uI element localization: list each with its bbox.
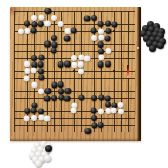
intersection[interactable] [17,128,24,135]
intersection[interactable] [84,115,91,122]
intersection[interactable] [78,21,85,28]
intersection[interactable] [44,121,51,128]
intersection[interactable] [17,14,24,21]
intersection[interactable] [31,54,38,61]
intersection[interactable] [124,48,131,55]
intersection[interactable] [84,88,91,95]
intersection[interactable] [17,88,24,95]
intersection[interactable] [11,88,18,95]
intersection[interactable] [84,21,91,28]
intersection[interactable] [71,28,78,35]
intersection[interactable] [31,81,38,88]
intersection[interactable] [11,61,18,68]
intersection[interactable] [84,8,91,15]
intersection[interactable] [84,81,91,88]
intersection[interactable] [124,8,131,15]
intersection[interactable] [24,8,31,15]
intersection[interactable] [84,54,91,61]
intersection[interactable] [118,61,125,68]
intersection[interactable] [57,8,64,15]
intersection[interactable] [57,21,64,28]
intersection[interactable] [51,108,58,115]
intersection[interactable] [24,115,31,122]
intersection[interactable] [44,21,51,28]
intersection[interactable] [51,14,58,21]
intersection[interactable] [44,101,51,108]
intersection[interactable] [91,88,98,95]
intersection[interactable] [104,128,111,135]
intersection[interactable] [111,121,118,128]
intersection[interactable] [57,28,64,35]
white-pile-stone [44,155,51,162]
intersection[interactable] [98,8,105,15]
intersection[interactable] [64,68,71,75]
intersection[interactable] [37,128,44,135]
intersection[interactable] [111,48,118,55]
intersection[interactable] [57,61,64,68]
intersection[interactable] [98,61,105,68]
intersection[interactable] [71,121,78,128]
intersection[interactable] [111,34,118,41]
intersection[interactable] [84,68,91,75]
intersection[interactable] [104,68,111,75]
intersection[interactable] [98,54,105,61]
intersection[interactable] [118,28,125,35]
intersection[interactable] [91,108,98,115]
intersection[interactable] [44,108,51,115]
intersection[interactable] [31,88,38,95]
intersection[interactable] [118,8,125,15]
intersection[interactable] [104,34,111,41]
intersection[interactable] [111,21,118,28]
photo-scene [0,0,168,168]
intersection[interactable] [31,34,38,41]
intersection[interactable] [11,121,18,128]
intersection[interactable] [24,121,31,128]
intersection[interactable] [64,34,71,41]
intersection[interactable] [71,75,78,82]
intersection[interactable] [71,95,78,102]
intersection[interactable] [84,95,91,102]
intersection[interactable] [91,68,98,75]
intersection[interactable] [24,61,31,68]
intersection[interactable] [124,28,131,35]
intersection[interactable] [78,68,85,75]
intersection[interactable] [64,8,71,15]
intersection[interactable] [57,115,64,122]
intersection[interactable] [51,95,58,102]
intersection[interactable] [78,41,85,48]
intersection[interactable] [78,61,85,68]
intersection[interactable] [124,41,131,48]
intersection[interactable] [37,81,44,88]
intersection[interactable] [17,68,24,75]
intersection[interactable] [71,54,78,61]
intersection[interactable] [91,8,98,15]
intersection[interactable] [71,34,78,41]
intersection[interactable] [51,54,58,61]
intersection[interactable] [104,101,111,108]
intersection[interactable] [51,8,58,15]
intersection[interactable] [57,41,64,48]
intersection[interactable] [78,101,85,108]
intersection[interactable] [64,95,71,102]
intersection[interactable] [24,75,31,82]
intersection[interactable] [98,121,105,128]
intersection[interactable] [64,75,71,82]
intersection[interactable] [57,14,64,21]
intersection[interactable] [51,101,58,108]
intersection[interactable] [11,54,18,61]
intersection[interactable] [84,101,91,108]
intersection[interactable] [98,128,105,135]
intersection[interactable] [91,95,98,102]
black-stone [51,35,57,41]
goban-grid [11,8,138,135]
intersection[interactable] [78,8,85,15]
intersection[interactable] [104,48,111,55]
intersection[interactable] [71,128,78,135]
intersection[interactable] [118,128,125,135]
intersection[interactable] [31,121,38,128]
intersection[interactable] [111,115,118,122]
intersection[interactable] [37,75,44,82]
intersection[interactable] [98,41,105,48]
intersection[interactable] [11,75,18,82]
intersection[interactable] [44,115,51,122]
intersection[interactable] [78,28,85,35]
intersection[interactable] [98,81,105,88]
intersection[interactable] [44,128,51,135]
intersection[interactable] [91,54,98,61]
intersection[interactable] [98,115,105,122]
intersection[interactable] [118,88,125,95]
intersection[interactable] [64,81,71,88]
white-stone [57,21,63,27]
intersection[interactable] [31,14,38,21]
intersection[interactable] [118,48,125,55]
intersection[interactable] [84,121,91,128]
intersection[interactable] [24,128,31,135]
intersection[interactable] [118,21,125,28]
intersection[interactable] [111,75,118,82]
intersection[interactable] [91,14,98,21]
intersection[interactable] [11,95,18,102]
intersection[interactable] [37,14,44,21]
intersection[interactable] [78,108,85,115]
intersection[interactable] [91,34,98,41]
intersection[interactable] [71,81,78,88]
black-stone [51,48,57,54]
intersection[interactable] [124,128,131,135]
intersection[interactable] [64,21,71,28]
red-streak-marker [127,65,129,78]
intersection[interactable] [24,101,31,108]
intersection[interactable] [64,115,71,122]
intersection[interactable] [11,108,18,115]
intersection[interactable] [31,75,38,82]
intersection[interactable] [17,34,24,41]
intersection[interactable] [57,48,64,55]
intersection[interactable] [91,128,98,135]
intersection[interactable] [78,121,85,128]
intersection[interactable] [84,14,91,21]
intersection[interactable] [84,48,91,55]
intersection[interactable] [17,95,24,102]
intersection[interactable] [118,121,125,128]
intersection[interactable] [71,41,78,48]
intersection[interactable] [44,75,51,82]
intersection[interactable] [118,54,125,61]
intersection[interactable] [71,48,78,55]
intersection[interactable] [44,8,51,15]
intersection[interactable] [11,81,18,88]
intersection[interactable] [111,128,118,135]
white-stone-pile [29,141,55,168]
intersection[interactable] [124,121,131,128]
intersection[interactable] [31,8,38,15]
intersection[interactable] [124,14,131,21]
intersection[interactable] [24,41,31,48]
intersection[interactable] [44,95,51,102]
intersection[interactable] [11,128,18,135]
intersection[interactable] [104,88,111,95]
intersection[interactable] [98,21,105,28]
intersection[interactable] [124,101,131,108]
intersection[interactable] [64,88,71,95]
intersection[interactable] [44,68,51,75]
intersection[interactable] [44,88,51,95]
intersection[interactable] [111,8,118,15]
intersection[interactable] [37,21,44,28]
intersection[interactable] [57,75,64,82]
intersection[interactable] [104,115,111,122]
intersection[interactable] [31,68,38,75]
intersection[interactable] [91,81,98,88]
intersection[interactable] [64,128,71,135]
intersection[interactable] [91,75,98,82]
intersection[interactable] [124,115,131,122]
intersection[interactable] [37,34,44,41]
intersection[interactable] [124,108,131,115]
intersection[interactable] [118,34,125,41]
black-stone [64,61,70,67]
intersection[interactable] [84,61,91,68]
intersection[interactable] [31,108,38,115]
intersection[interactable] [31,128,38,135]
intersection[interactable] [98,68,105,75]
intersection[interactable] [78,95,85,102]
intersection[interactable] [24,48,31,55]
intersection[interactable] [37,54,44,61]
intersection[interactable] [31,48,38,55]
intersection[interactable] [44,61,51,68]
intersection[interactable] [91,48,98,55]
intersection[interactable] [37,101,44,108]
intersection[interactable] [104,41,111,48]
intersection[interactable] [44,28,51,35]
intersection[interactable] [57,68,64,75]
intersection[interactable] [71,14,78,21]
intersection[interactable] [84,128,91,135]
intersection[interactable] [124,88,131,95]
intersection[interactable] [17,41,24,48]
intersection[interactable] [11,21,18,28]
intersection[interactable] [51,68,58,75]
intersection[interactable] [111,61,118,68]
intersection[interactable] [78,34,85,41]
intersection[interactable] [71,88,78,95]
black-stone [51,95,57,101]
intersection[interactable] [37,88,44,95]
intersection[interactable] [98,14,105,21]
intersection[interactable] [31,41,38,48]
intersection[interactable] [11,48,18,55]
intersection[interactable] [17,21,24,28]
intersection[interactable] [51,34,58,41]
intersection[interactable] [111,14,118,21]
intersection[interactable] [17,8,24,15]
intersection[interactable] [11,8,18,15]
intersection[interactable] [11,14,18,21]
intersection[interactable] [24,21,31,28]
intersection[interactable] [118,41,125,48]
intersection[interactable] [17,48,24,55]
intersection[interactable] [104,81,111,88]
intersection[interactable] [118,68,125,75]
intersection[interactable] [64,61,71,68]
intersection[interactable] [71,115,78,122]
intersection[interactable] [64,101,71,108]
intersection[interactable] [111,88,118,95]
intersection[interactable] [111,68,118,75]
intersection[interactable] [64,41,71,48]
intersection[interactable] [84,34,91,41]
intersection[interactable] [44,81,51,88]
intersection[interactable] [57,108,64,115]
intersection[interactable] [124,54,131,61]
intersection[interactable] [17,61,24,68]
intersection[interactable] [91,28,98,35]
intersection[interactable] [51,28,58,35]
intersection[interactable] [98,101,105,108]
intersection[interactable] [118,108,125,115]
intersection[interactable] [11,101,18,108]
intersection[interactable] [37,41,44,48]
intersection[interactable] [17,81,24,88]
black-stone [97,41,103,47]
intersection[interactable] [51,128,58,135]
intersection[interactable] [78,81,85,88]
intersection[interactable] [11,68,18,75]
intersection[interactable] [11,115,18,122]
intersection[interactable] [104,21,111,28]
intersection[interactable] [24,34,31,41]
intersection[interactable] [71,8,78,15]
intersection[interactable] [31,115,38,122]
intersection[interactable] [111,95,118,102]
intersection[interactable] [51,121,58,128]
intersection[interactable] [57,128,64,135]
intersection[interactable] [118,75,125,82]
intersection[interactable] [78,128,85,135]
black-pile-stone [149,45,156,52]
intersection[interactable] [111,28,118,35]
intersection[interactable] [104,75,111,82]
intersection[interactable] [57,101,64,108]
intersection[interactable] [17,108,24,115]
intersection[interactable] [118,95,125,102]
intersection[interactable] [124,21,131,28]
intersection[interactable] [57,121,64,128]
intersection[interactable] [111,108,118,115]
intersection[interactable] [37,61,44,68]
intersection[interactable] [64,14,71,21]
black-stone [91,15,97,21]
intersection[interactable] [84,75,91,82]
intersection[interactable] [71,108,78,115]
intersection[interactable] [37,28,44,35]
intersection[interactable] [124,34,131,41]
black-stone [105,21,111,27]
intersection[interactable] [118,14,125,21]
intersection[interactable] [64,48,71,55]
intersection[interactable] [44,54,51,61]
intersection[interactable] [71,68,78,75]
intersection[interactable] [17,121,24,128]
intersection[interactable] [118,101,125,108]
intersection[interactable] [11,34,18,41]
intersection[interactable] [17,101,24,108]
intersection[interactable] [64,121,71,128]
intersection[interactable] [24,81,31,88]
intersection[interactable] [37,121,44,128]
intersection[interactable] [98,108,105,115]
intersection[interactable] [111,54,118,61]
intersection[interactable] [104,28,111,35]
intersection[interactable] [24,88,31,95]
intersection[interactable] [17,54,24,61]
intersection[interactable] [31,95,38,102]
intersection[interactable] [24,95,31,102]
intersection[interactable] [104,61,111,68]
intersection[interactable] [17,28,24,35]
intersection[interactable] [78,75,85,82]
intersection[interactable] [84,41,91,48]
intersection[interactable] [51,75,58,82]
intersection[interactable] [11,28,18,35]
intersection[interactable] [51,48,58,55]
intersection[interactable] [11,41,18,48]
intersection[interactable] [124,81,131,88]
intersection[interactable] [51,115,58,122]
intersection[interactable] [118,115,125,122]
intersection[interactable] [111,81,118,88]
intersection[interactable] [118,81,125,88]
intersection[interactable] [51,88,58,95]
intersection[interactable] [104,8,111,15]
intersection[interactable] [57,54,64,61]
intersection[interactable] [111,41,118,48]
intersection[interactable] [124,95,131,102]
intersection[interactable] [31,28,38,35]
intersection[interactable] [78,115,85,122]
intersection[interactable] [91,115,98,122]
intersection[interactable] [57,81,64,88]
intersection[interactable] [98,75,105,82]
intersection[interactable] [44,41,51,48]
intersection[interactable] [104,121,111,128]
